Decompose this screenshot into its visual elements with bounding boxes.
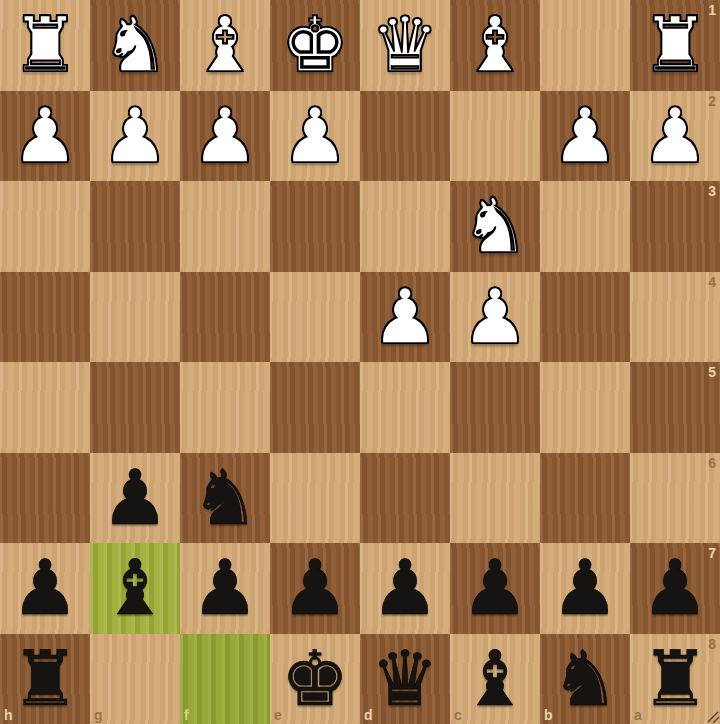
square-b2[interactable]: ♟	[540, 91, 630, 182]
square-g5[interactable]	[90, 362, 180, 453]
rank-label-6: 6	[708, 455, 716, 471]
square-a7[interactable]: ♟7	[630, 543, 720, 634]
black-rook[interactable]: ♜	[0, 634, 90, 724]
white-bishop[interactable]: ♝	[450, 0, 540, 91]
rank-label-8: 8	[708, 636, 716, 652]
black-bishop[interactable]: ♝	[90, 543, 180, 634]
square-e8[interactable]: ♚e	[270, 634, 360, 724]
rank-label-7: 7	[708, 545, 716, 561]
black-pawn[interactable]: ♟	[90, 453, 180, 544]
square-a4[interactable]: 4	[630, 272, 720, 363]
square-e1[interactable]: ♚	[270, 0, 360, 91]
white-knight[interactable]: ♞	[90, 0, 180, 91]
square-c2[interactable]	[450, 91, 540, 182]
square-g3[interactable]	[90, 181, 180, 272]
square-b8[interactable]: ♞b	[540, 634, 630, 724]
black-pawn[interactable]: ♟	[540, 543, 630, 634]
black-knight[interactable]: ♞	[180, 453, 270, 544]
file-label-b: b	[544, 707, 553, 723]
square-c7[interactable]: ♟	[450, 543, 540, 634]
chess-board: ♜♞♝♚♛♝♜1♟♟♟♟♟♟2♞3♟♟45♟♞6♟♝♟♟♟♟♟♟7♜hgf♚e♛…	[0, 0, 720, 724]
square-b6[interactable]	[540, 453, 630, 544]
square-c8[interactable]: ♝c	[450, 634, 540, 724]
file-label-e: e	[274, 707, 282, 723]
square-h5[interactable]	[0, 362, 90, 453]
square-d1[interactable]: ♛	[360, 0, 450, 91]
square-f7[interactable]: ♟	[180, 543, 270, 634]
file-label-f: f	[184, 707, 189, 723]
black-queen[interactable]: ♛	[360, 634, 450, 724]
square-a2[interactable]: ♟2	[630, 91, 720, 182]
rank-label-4: 4	[708, 274, 716, 290]
square-d7[interactable]: ♟	[360, 543, 450, 634]
white-knight[interactable]: ♞	[450, 181, 540, 272]
resize-handle-icon[interactable]	[704, 708, 720, 724]
square-f3[interactable]	[180, 181, 270, 272]
square-b5[interactable]	[540, 362, 630, 453]
square-e6[interactable]	[270, 453, 360, 544]
square-c1[interactable]: ♝	[450, 0, 540, 91]
square-e2[interactable]: ♟	[270, 91, 360, 182]
white-pawn[interactable]: ♟	[0, 91, 90, 182]
square-h2[interactable]: ♟	[0, 91, 90, 182]
white-pawn[interactable]: ♟	[540, 91, 630, 182]
black-pawn[interactable]: ♟	[450, 543, 540, 634]
square-f1[interactable]: ♝	[180, 0, 270, 91]
square-f5[interactable]	[180, 362, 270, 453]
black-knight[interactable]: ♞	[540, 634, 630, 724]
square-g7[interactable]: ♝	[90, 543, 180, 634]
white-pawn[interactable]: ♟	[180, 91, 270, 182]
square-e4[interactable]	[270, 272, 360, 363]
square-d4[interactable]: ♟	[360, 272, 450, 363]
black-king[interactable]: ♚	[270, 634, 360, 724]
square-g8[interactable]: g	[90, 634, 180, 724]
file-label-g: g	[94, 707, 103, 723]
black-pawn[interactable]: ♟	[360, 543, 450, 634]
white-pawn[interactable]: ♟	[630, 91, 720, 182]
black-pawn[interactable]: ♟	[0, 543, 90, 634]
chess-board-stage: ♜♞♝♚♛♝♜1♟♟♟♟♟♟2♞3♟♟45♟♞6♟♝♟♟♟♟♟♟7♜hgf♚e♛…	[0, 0, 720, 724]
square-d2[interactable]	[360, 91, 450, 182]
square-b4[interactable]	[540, 272, 630, 363]
rank-label-2: 2	[708, 93, 716, 109]
square-b7[interactable]: ♟	[540, 543, 630, 634]
file-label-c: c	[454, 707, 462, 723]
square-a5[interactable]: 5	[630, 362, 720, 453]
square-f6[interactable]: ♞	[180, 453, 270, 544]
square-c4[interactable]: ♟	[450, 272, 540, 363]
black-pawn[interactable]: ♟	[630, 543, 720, 634]
black-pawn[interactable]: ♟	[270, 543, 360, 634]
square-d6[interactable]	[360, 453, 450, 544]
square-c6[interactable]	[450, 453, 540, 544]
white-king[interactable]: ♚	[270, 0, 360, 91]
square-g2[interactable]: ♟	[90, 91, 180, 182]
white-pawn[interactable]: ♟	[90, 91, 180, 182]
white-rook[interactable]: ♜	[630, 0, 720, 91]
square-h8[interactable]: ♜h	[0, 634, 90, 724]
square-b1[interactable]	[540, 0, 630, 91]
white-queen[interactable]: ♛	[360, 0, 450, 91]
square-g6[interactable]: ♟	[90, 453, 180, 544]
square-d3[interactable]	[360, 181, 450, 272]
file-label-a: a	[634, 707, 642, 723]
file-label-d: d	[364, 707, 373, 723]
white-pawn[interactable]: ♟	[270, 91, 360, 182]
square-c3[interactable]: ♞	[450, 181, 540, 272]
square-d8[interactable]: ♛d	[360, 634, 450, 724]
square-e5[interactable]	[270, 362, 360, 453]
black-bishop[interactable]: ♝	[450, 634, 540, 724]
square-g1[interactable]: ♞	[90, 0, 180, 91]
rank-label-3: 3	[708, 183, 716, 199]
square-f2[interactable]: ♟	[180, 91, 270, 182]
rank-label-5: 5	[708, 364, 716, 380]
square-h3[interactable]	[0, 181, 90, 272]
square-a3[interactable]: 3	[630, 181, 720, 272]
file-label-h: h	[4, 707, 13, 723]
square-e7[interactable]: ♟	[270, 543, 360, 634]
square-g4[interactable]	[90, 272, 180, 363]
square-f4[interactable]	[180, 272, 270, 363]
square-e3[interactable]	[270, 181, 360, 272]
square-h1[interactable]: ♜	[0, 0, 90, 91]
black-pawn[interactable]: ♟	[180, 543, 270, 634]
square-h6[interactable]	[0, 453, 90, 544]
square-f8[interactable]: f	[180, 634, 270, 724]
white-bishop[interactable]: ♝	[180, 0, 270, 91]
white-rook[interactable]: ♜	[0, 0, 90, 91]
square-h4[interactable]	[0, 272, 90, 363]
white-pawn[interactable]: ♟	[360, 272, 450, 363]
square-a1[interactable]: ♜1	[630, 0, 720, 91]
square-h7[interactable]: ♟	[0, 543, 90, 634]
white-pawn[interactable]: ♟	[450, 272, 540, 363]
square-b3[interactable]	[540, 181, 630, 272]
square-d5[interactable]	[360, 362, 450, 453]
square-a6[interactable]: 6	[630, 453, 720, 544]
square-c5[interactable]	[450, 362, 540, 453]
rank-label-1: 1	[708, 2, 716, 18]
